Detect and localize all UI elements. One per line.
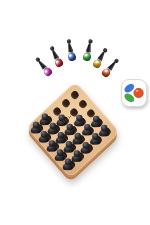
- peg-knob: [41, 131, 47, 137]
- peg-knob: [74, 150, 80, 156]
- peg-knob: [76, 115, 82, 121]
- peg-knob: [67, 123, 73, 129]
- peg-knob: [101, 125, 107, 131]
- peg-color-ball: [67, 52, 76, 61]
- peg-knob: [66, 141, 72, 147]
- peg-knob: [33, 122, 39, 128]
- peg-knob: [49, 140, 55, 146]
- peg-knob: [42, 113, 48, 119]
- peg-knob: [57, 149, 63, 155]
- die-face-red: [134, 88, 143, 97]
- color-die[interactable]: [121, 79, 147, 107]
- peg-knob: [83, 142, 89, 148]
- peg-color-ball: [82, 52, 91, 61]
- black-peg[interactable]: [63, 157, 74, 170]
- peg-knob: [65, 159, 71, 165]
- memory-board: [26, 82, 120, 179]
- peg-tip: [66, 39, 70, 44]
- peg-knob: [75, 133, 81, 139]
- loose-peg-blue[interactable]: [63, 38, 77, 62]
- peg-knob: [93, 116, 99, 122]
- peg-color-ball: [54, 58, 65, 69]
- peg-tip: [88, 39, 92, 44]
- peg-knob: [84, 124, 90, 130]
- peg-knob: [92, 134, 98, 140]
- die-face-highlight: [136, 90, 139, 92]
- peg-knob: [50, 122, 56, 128]
- product-photo-scene: [0, 0, 150, 225]
- peg-knob: [58, 132, 64, 138]
